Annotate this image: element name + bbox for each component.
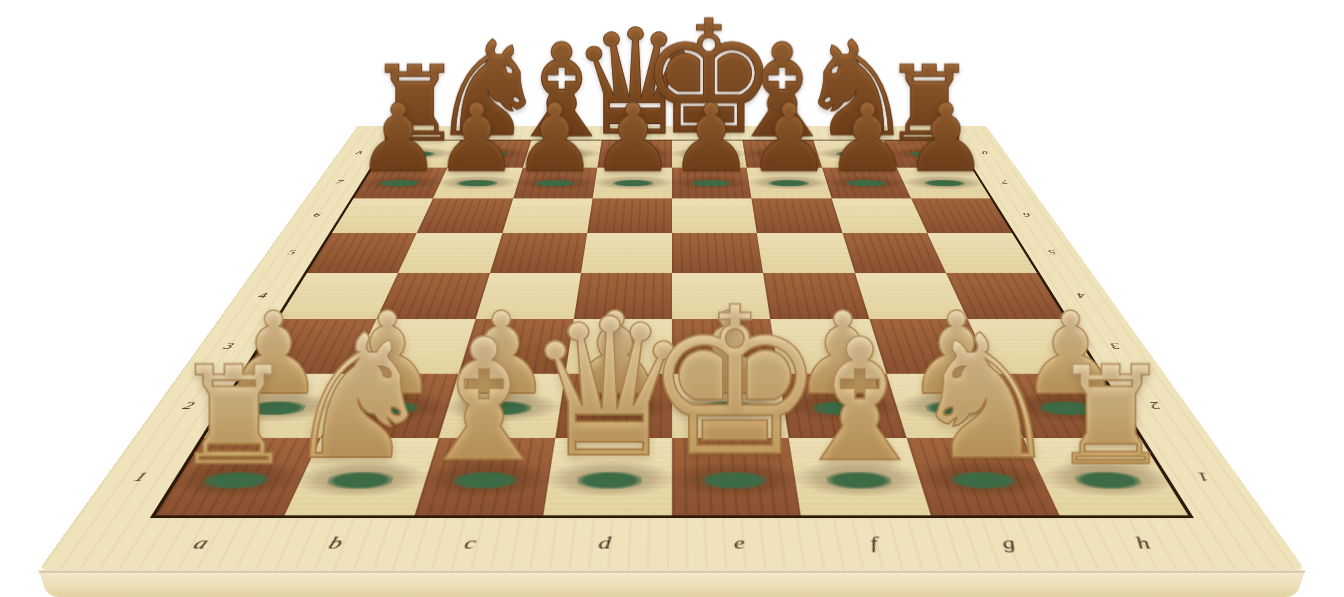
square-e6 [672,198,757,233]
piece-black-pawn: ♟ [747,91,831,185]
piece-white-rook: ♜ [1050,349,1172,485]
square-c6 [502,198,592,233]
file-labels: abcdefgh [117,518,1227,570]
square-d6 [587,198,672,233]
piece-black-pawn: ♟ [435,91,519,185]
file-label-f: f [805,534,944,554]
square-b5 [398,233,502,273]
perspective-space: abcdefgh 87654321 87654321 ♜♞♝♛♚♝♞♜♟♟♟♟♟… [0,0,1344,597]
file-label-c: c [400,534,539,554]
square-f6 [752,198,842,233]
file-label-d: d [536,534,672,554]
file-label-e: e [672,534,808,554]
file-label-g: g [938,534,1080,554]
file-label-b: b [264,534,406,554]
square-c5 [490,233,587,273]
piece-black-pawn: ♟ [513,91,597,185]
piece-black-pawn: ♟ [591,91,675,185]
file-label-h: h [1071,534,1217,554]
board-front-edge [38,570,1305,597]
piece-white-knight: ♞ [908,313,1062,485]
chess-board: abcdefgh 87654321 87654321 ♜♞♝♛♚♝♞♜♟♟♟♟♟… [38,126,1305,571]
piece-black-pawn: ♟ [669,91,753,185]
piece-black-pawn: ♟ [356,91,440,185]
file-label-a: a [127,534,273,554]
board-photo: abcdefgh 87654321 87654321 ♜♞♝♛♚♝♞♜♟♟♟♟♟… [0,0,1344,597]
piece-white-rook: ♜ [172,349,294,485]
piece-black-pawn: ♟ [825,91,909,185]
square-b6 [417,198,513,233]
